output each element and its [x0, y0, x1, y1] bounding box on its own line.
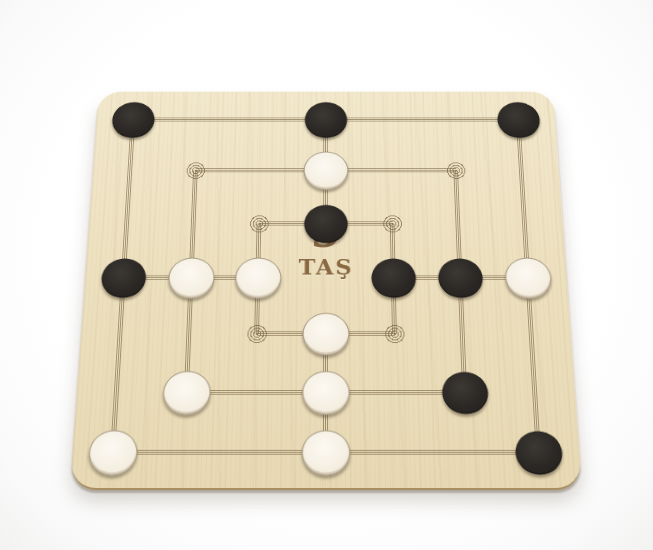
white-piece-d3[interactable]: [302, 313, 349, 355]
black-piece-f2[interactable]: [442, 372, 489, 414]
empty-point-e3[interactable]: [383, 324, 405, 345]
black-piece-e4[interactable]: [371, 258, 416, 297]
empty-point-c3[interactable]: [246, 324, 268, 345]
white-piece-c4[interactable]: [235, 258, 282, 299]
photo-backdrop: 9 TAŞ: [0, 0, 653, 550]
empty-point-f6[interactable]: [446, 162, 468, 181]
white-piece-d6[interactable]: [304, 152, 349, 190]
white-piece-g4[interactable]: [504, 258, 553, 299]
black-piece-a7[interactable]: [111, 102, 155, 138]
empty-point-b6[interactable]: [185, 162, 207, 181]
white-piece-d2[interactable]: [302, 371, 350, 415]
black-piece-d7[interactable]: [305, 102, 347, 138]
board-title-text: TAŞ: [298, 258, 353, 279]
white-piece-d1[interactable]: [302, 430, 351, 475]
white-piece-b2[interactable]: [162, 371, 211, 415]
black-piece-g7[interactable]: [497, 102, 541, 138]
empty-point-c5[interactable]: [249, 214, 271, 233]
black-piece-f4[interactable]: [438, 258, 484, 297]
nine-mens-morris-board: 9 TAŞ: [70, 92, 582, 488]
black-piece-g1[interactable]: [514, 431, 563, 475]
empty-point-e5[interactable]: [382, 214, 404, 233]
white-piece-a1[interactable]: [87, 430, 138, 475]
black-piece-d5[interactable]: [304, 205, 348, 243]
black-piece-a4[interactable]: [100, 258, 147, 297]
white-piece-b4[interactable]: [167, 258, 215, 299]
